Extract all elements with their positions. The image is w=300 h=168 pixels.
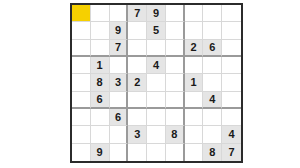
cell-r8c5[interactable] [147,126,166,143]
cell-r6c2[interactable]: 6 [91,92,110,109]
cell-r7c4[interactable] [128,109,147,126]
cell-r1c6[interactable] [166,5,185,22]
cell-r5c7[interactable]: 1 [185,74,204,91]
cell-r3c4[interactable] [128,40,147,57]
cell-r9c1[interactable] [72,144,91,161]
cell-r3c7[interactable]: 2 [185,40,204,57]
cell-r8c3[interactable] [110,126,129,143]
cell-r9c8[interactable]: 8 [203,144,222,161]
cell-r7c3[interactable]: 6 [110,109,129,126]
cell-r4c8[interactable] [203,57,222,74]
cell-r8c8[interactable] [203,126,222,143]
cell-r7c9[interactable] [222,109,241,126]
cell-r9c5[interactable] [147,144,166,161]
cell-r1c9[interactable] [222,5,241,22]
sudoku-board: 7995726148321646384987 [70,3,243,163]
cell-r1c4[interactable]: 7 [128,5,147,22]
cell-r2c5[interactable]: 5 [147,22,166,39]
cell-r1c7[interactable] [185,5,204,22]
cell-r3c3[interactable]: 7 [110,40,129,57]
cell-r5c3[interactable]: 3 [110,74,129,91]
cell-r6c6[interactable] [166,92,185,109]
cell-r5c4[interactable]: 2 [128,74,147,91]
cell-r4c4[interactable] [128,57,147,74]
cell-r6c7[interactable] [185,92,204,109]
cell-r2c6[interactable] [166,22,185,39]
cell-r6c9[interactable] [222,92,241,109]
cell-r5c9[interactable] [222,74,241,91]
cell-r9c6[interactable] [166,144,185,161]
cell-r8c9[interactable]: 4 [222,126,241,143]
cell-r3c6[interactable] [166,40,185,57]
cell-r5c6[interactable] [166,74,185,91]
cell-r2c9[interactable] [222,22,241,39]
cell-r4c2[interactable]: 1 [91,57,110,74]
cell-r2c3[interactable]: 9 [110,22,129,39]
cell-r1c3[interactable] [110,5,129,22]
cell-r4c1[interactable] [72,57,91,74]
cell-r6c5[interactable] [147,92,166,109]
cell-r1c5[interactable]: 9 [147,5,166,22]
cell-r4c5[interactable]: 4 [147,57,166,74]
cell-r4c9[interactable] [222,57,241,74]
cell-r3c9[interactable] [222,40,241,57]
cell-r3c1[interactable] [72,40,91,57]
cell-r1c2[interactable] [91,5,110,22]
cell-r8c4[interactable]: 3 [128,126,147,143]
cell-r6c3[interactable] [110,92,129,109]
cell-r7c7[interactable] [185,109,204,126]
cell-r6c4[interactable] [128,92,147,109]
cell-r8c1[interactable] [72,126,91,143]
cell-r4c7[interactable] [185,57,204,74]
cell-r9c9[interactable]: 7 [222,144,241,161]
cell-r5c5[interactable] [147,74,166,91]
cell-r2c2[interactable] [91,22,110,39]
cell-r5c1[interactable] [72,74,91,91]
cell-r9c3[interactable] [110,144,129,161]
cell-r3c5[interactable] [147,40,166,57]
cell-r5c8[interactable] [203,74,222,91]
cell-r2c7[interactable] [185,22,204,39]
sudoku-app: 7995726148321646384987 [0,0,300,168]
cell-r8c2[interactable] [91,126,110,143]
cell-r3c2[interactable] [91,40,110,57]
cell-r8c7[interactable] [185,126,204,143]
cell-r2c1[interactable] [72,22,91,39]
cell-r2c4[interactable] [128,22,147,39]
cell-r9c7[interactable] [185,144,204,161]
cell-r2c8[interactable] [203,22,222,39]
cell-r1c1[interactable] [72,5,91,22]
cell-r9c2[interactable]: 9 [91,144,110,161]
cell-r9c4[interactable] [128,144,147,161]
cell-r1c8[interactable] [203,5,222,22]
cell-r7c1[interactable] [72,109,91,126]
cell-r5c2[interactable]: 8 [91,74,110,91]
cell-r8c6[interactable]: 8 [166,126,185,143]
cell-r4c6[interactable] [166,57,185,74]
cell-r7c2[interactable] [91,109,110,126]
cell-r7c6[interactable] [166,109,185,126]
cell-r6c8[interactable]: 4 [203,92,222,109]
cell-r4c3[interactable] [110,57,129,74]
cell-r6c1[interactable] [72,92,91,109]
cell-r3c8[interactable]: 6 [203,40,222,57]
cell-r7c8[interactable] [203,109,222,126]
cell-r7c5[interactable] [147,109,166,126]
